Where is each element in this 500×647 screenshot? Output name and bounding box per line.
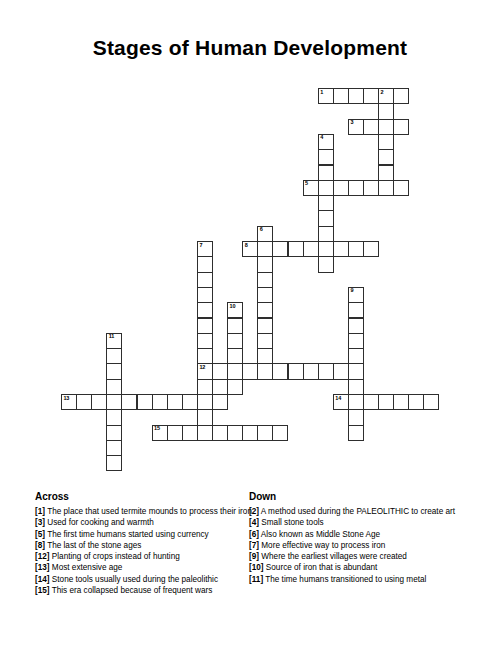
clue-number-label: [4] [249,518,259,527]
clue-number-label: [8] [35,541,45,550]
grid-cell[interactable] [257,348,273,364]
grid-cell[interactable]: 1 [318,88,334,104]
grid-cell[interactable] [121,394,137,410]
grid-cell[interactable] [333,88,349,104]
clue-number: 12 [199,365,205,371]
clue-number-label: [13] [35,563,50,572]
grid-cell[interactable] [272,241,288,257]
grid-cell[interactable] [318,226,334,242]
clue-number: 2 [381,90,384,96]
clue-number: 5 [305,181,308,187]
grid-cell[interactable] [363,88,379,104]
clue-number-label: [5] [35,530,45,539]
grid-cell[interactable] [182,425,198,441]
grid-cell[interactable] [197,287,213,303]
grid-cell[interactable]: 14 [333,394,349,410]
grid-cell[interactable]: 7 [197,241,213,257]
grid-cell[interactable] [363,180,379,196]
grid-cell[interactable] [242,363,258,379]
grid-cell[interactable] [257,256,273,272]
grid-cell[interactable] [91,394,107,410]
grid-cell[interactable]: 5 [303,180,319,196]
clue-item: [13] Most extensive age [35,562,249,573]
grid-cell[interactable]: 11 [106,333,122,349]
grid-cell[interactable]: 12 [197,363,213,379]
across-clues-section: Across [1] The place that used termite m… [35,491,249,596]
grid-cell[interactable]: 9 [348,287,364,303]
grid-cell[interactable] [197,394,213,410]
clue-item: [10] Source of iron that is abundant [249,562,473,573]
grid-cell[interactable] [363,394,379,410]
grid-cell[interactable] [227,333,243,349]
clue-number: 13 [64,396,70,402]
clue-item: [6] Also known as Middle Stone Age [249,529,473,540]
grid-cell[interactable] [257,333,273,349]
grid-cell[interactable] [272,363,288,379]
grid-cell[interactable] [363,119,379,135]
grid-cell[interactable] [348,348,364,364]
clue-number-label: [2] [249,507,259,516]
grid-cell[interactable]: 8 [242,241,258,257]
grid-cell[interactable] [197,425,213,441]
grid-cell[interactable] [106,409,122,425]
grid-cell[interactable] [348,318,364,334]
clue-number: 1 [320,90,323,96]
grid-cell[interactable] [76,394,92,410]
grid-cell[interactable] [333,241,349,257]
clue-number-label: [6] [249,530,259,539]
grid-cell[interactable]: 13 [61,394,77,410]
grid-cell[interactable]: 2 [378,88,394,104]
clue-item: [12] Planting of crops instead of huntin… [35,551,249,562]
grid-cell[interactable] [348,333,364,349]
grid-cell[interactable] [423,394,439,410]
grid-cell[interactable] [182,394,198,410]
grid-cell[interactable] [257,302,273,318]
grid-cell[interactable] [167,425,183,441]
grid-cell[interactable] [378,103,394,119]
clue-number: 10 [230,304,236,310]
clue-item: [14] Stone tools usually used during the… [35,574,249,585]
grid-cell[interactable] [378,134,394,150]
grid-cell[interactable] [212,363,228,379]
grid-cell[interactable] [378,119,394,135]
grid-cell[interactable] [288,363,304,379]
grid-cell[interactable] [378,165,394,181]
grid-cell[interactable] [348,180,364,196]
clue-number: 9 [350,288,353,294]
clue-number: 3 [350,120,353,126]
grid-cell[interactable] [197,272,213,288]
clue-number: 8 [245,243,248,249]
grid-cell[interactable] [227,348,243,364]
grid-cell[interactable] [348,379,364,395]
grid-cell[interactable] [348,425,364,441]
grid-cell[interactable] [378,180,394,196]
grid-cell[interactable] [333,180,349,196]
clue-number-label: [9] [249,552,259,561]
grid-cell[interactable] [106,379,122,395]
grid-cell[interactable] [106,363,122,379]
grid-cell[interactable] [106,394,122,410]
grid-cell[interactable] [363,241,379,257]
grid-cell[interactable] [257,287,273,303]
grid-cell[interactable]: 15 [152,425,168,441]
grid-cell[interactable] [242,425,258,441]
grid-cell[interactable] [257,241,273,257]
grid-cell[interactable] [348,88,364,104]
clue-item: [15] This era collapsed because of frequ… [35,585,249,596]
grid-cell[interactable] [393,88,409,104]
grid-cell[interactable] [378,394,394,410]
grid-cell[interactable] [318,149,334,165]
grid-cell[interactable] [288,241,304,257]
clue-item: [3] Used for cooking and warmth [35,517,249,528]
clue-number: 11 [109,334,114,340]
grid-cell[interactable] [106,348,122,364]
grid-cell[interactable] [257,272,273,288]
grid-cell[interactable] [393,394,409,410]
grid-cell[interactable] [137,394,153,410]
grid-cell[interactable] [197,302,213,318]
grid-cell[interactable] [378,149,394,165]
grid-cell[interactable] [348,241,364,257]
grid-cell[interactable] [257,363,273,379]
grid-cell[interactable] [348,363,364,379]
grid-cell[interactable] [227,379,243,395]
grid-cell[interactable] [197,348,213,364]
grid-cell[interactable] [197,256,213,272]
grid-cell[interactable] [106,425,122,441]
grid-cell[interactable] [212,425,228,441]
grid-cell[interactable] [257,318,273,334]
clue-number: 4 [320,135,323,141]
clue-number: 7 [199,243,202,249]
grid-cell[interactable] [197,379,213,395]
clue-number-label: [7] [249,541,259,550]
grid-cell[interactable] [227,363,243,379]
grid-cell[interactable] [318,165,334,181]
clue-number-label: [14] [35,575,50,584]
clue-number-label: [12] [35,552,50,561]
grid-cell[interactable] [333,363,349,379]
clue-item: [2] A method used during the PALEOLITHIC… [249,506,473,517]
grid-cell[interactable]: 10 [227,302,243,318]
grid-cell[interactable] [197,318,213,334]
puzzle-title: Stages of Human Development [0,36,500,60]
grid-cell[interactable] [348,302,364,318]
across-header: Across [35,491,249,502]
clue-item: [8] The last of the stone ages [35,540,249,551]
down-clues-section: Down [2] A method used during the PALEOL… [249,491,473,585]
grid-cell[interactable] [212,394,228,410]
grid-cell[interactable] [227,318,243,334]
grid-cell[interactable] [393,119,409,135]
clue-number: 14 [335,396,341,402]
clue-number-label: [3] [35,518,45,527]
grid-cell[interactable] [257,425,273,441]
grid-cell[interactable] [318,195,334,211]
clue-number-label: [1] [35,507,45,516]
down-clue-list: [2] A method used during the PALEOLITHIC… [249,506,473,585]
grid-cell[interactable] [318,210,334,226]
grid-cell[interactable]: 6 [257,226,273,242]
grid-cell[interactable] [227,425,243,441]
grid-cell[interactable] [272,425,288,441]
grid-cell[interactable] [348,394,364,410]
grid-cell[interactable] [303,241,319,257]
clue-number: 6 [260,227,263,233]
grid-cell[interactable] [303,363,319,379]
clue-number-label: [11] [249,575,263,584]
grid-cell[interactable] [197,333,213,349]
grid-cell[interactable] [408,394,424,410]
clue-item: [11] The time humans transitioned to usi… [249,574,473,585]
grid-cell[interactable] [106,440,122,456]
grid-cell[interactable] [348,409,364,425]
clue-item: [7] More effective way to process iron [249,540,473,551]
crossword-grid: 123456789101112131415 [61,88,440,472]
grid-cell[interactable]: 4 [318,134,334,150]
grid-cell[interactable] [318,241,334,257]
grid-cell[interactable] [197,409,213,425]
clue-item: [1] The place that used termite mounds t… [35,506,249,517]
grid-cell[interactable] [167,394,183,410]
grid-cell[interactable]: 3 [348,119,364,135]
grid-cell[interactable] [152,394,168,410]
clue-item: [9] Where the earliest villages were cre… [249,551,473,562]
across-clue-list: [1] The place that used termite mounds t… [35,506,249,596]
clue-item: [4] Small stone tools [249,517,473,528]
clue-number: 15 [154,426,160,432]
clue-item: [5] The first time humans started using … [35,529,249,540]
grid-cell[interactable] [393,180,409,196]
clue-number-label: [15] [35,586,50,595]
grid-cell[interactable] [318,256,334,272]
grid-cell[interactable] [318,180,334,196]
down-header: Down [249,491,473,502]
grid-cell[interactable] [318,363,334,379]
clue-number-label: [10] [249,563,264,572]
grid-cell[interactable] [106,455,122,471]
